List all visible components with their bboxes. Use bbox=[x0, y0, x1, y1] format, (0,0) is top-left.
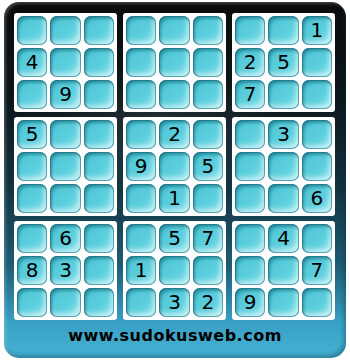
cell-r4c1[interactable]: 5 bbox=[17, 120, 47, 149]
cell-digit: 9 bbox=[244, 292, 257, 312]
cell-digit: 3 bbox=[168, 292, 181, 312]
cell-r5c8[interactable] bbox=[268, 152, 298, 181]
cell-r8c6[interactable] bbox=[193, 256, 223, 285]
cell-r2c1[interactable]: 4 bbox=[17, 48, 47, 77]
website-link[interactable]: www.sudokusweb.com bbox=[0, 326, 350, 345]
cell-r5c3[interactable] bbox=[84, 152, 114, 181]
cell-r4c9[interactable] bbox=[302, 120, 332, 149]
cell-r7c4[interactable] bbox=[126, 224, 156, 253]
cell-r6c1[interactable] bbox=[17, 184, 47, 213]
sudoku-box-9: 479 bbox=[232, 221, 335, 320]
cell-r3c1[interactable] bbox=[17, 80, 47, 109]
cell-r8c1[interactable]: 8 bbox=[17, 256, 47, 285]
cell-r1c1[interactable] bbox=[17, 16, 47, 45]
cell-r8c2[interactable]: 3 bbox=[50, 256, 80, 285]
cell-r1c4[interactable] bbox=[126, 16, 156, 45]
cell-r7c7[interactable] bbox=[235, 224, 265, 253]
cell-r8c9[interactable]: 7 bbox=[302, 256, 332, 285]
cell-r5c7[interactable] bbox=[235, 152, 265, 181]
cell-digit: 5 bbox=[201, 156, 214, 176]
sudoku-box-7: 683 bbox=[14, 221, 117, 320]
sudoku-box-1: 49 bbox=[14, 13, 117, 112]
cell-r3c5[interactable] bbox=[159, 80, 189, 109]
sudoku-board: 491257529513668357132479 bbox=[14, 13, 335, 320]
cell-r6c8[interactable] bbox=[268, 184, 298, 213]
cell-digit: 6 bbox=[310, 188, 323, 208]
cell-r2c4[interactable] bbox=[126, 48, 156, 77]
sudoku-box-5: 2951 bbox=[123, 117, 226, 216]
cell-r3c7[interactable]: 7 bbox=[235, 80, 265, 109]
cell-digit: 1 bbox=[310, 20, 323, 40]
cell-digit: 5 bbox=[277, 52, 290, 72]
cell-r4c3[interactable] bbox=[84, 120, 114, 149]
cell-r5c6[interactable]: 5 bbox=[193, 152, 223, 181]
cell-r9c4[interactable] bbox=[126, 288, 156, 317]
cell-r6c6[interactable] bbox=[193, 184, 223, 213]
cell-r3c3[interactable] bbox=[84, 80, 114, 109]
cell-r1c8[interactable] bbox=[268, 16, 298, 45]
cell-digit: 2 bbox=[168, 124, 181, 144]
cell-r8c4[interactable]: 1 bbox=[126, 256, 156, 285]
cell-r7c9[interactable] bbox=[302, 224, 332, 253]
cell-r9c8[interactable] bbox=[268, 288, 298, 317]
cell-digit: 2 bbox=[244, 52, 257, 72]
cell-digit: 1 bbox=[135, 260, 148, 280]
cell-digit: 6 bbox=[59, 228, 72, 248]
cell-digit: 7 bbox=[310, 260, 323, 280]
cell-r3c9[interactable] bbox=[302, 80, 332, 109]
cell-r5c1[interactable] bbox=[17, 152, 47, 181]
cell-r9c6[interactable]: 2 bbox=[193, 288, 223, 317]
cell-r7c1[interactable] bbox=[17, 224, 47, 253]
sudoku-box-2 bbox=[123, 13, 226, 112]
cell-r6c9[interactable]: 6 bbox=[302, 184, 332, 213]
sudoku-box-3: 1257 bbox=[232, 13, 335, 112]
cell-r2c7[interactable]: 2 bbox=[235, 48, 265, 77]
cell-digit: 9 bbox=[135, 156, 148, 176]
cell-digit: 9 bbox=[59, 84, 72, 104]
cell-r7c5[interactable]: 5 bbox=[159, 224, 189, 253]
cell-r2c3[interactable] bbox=[84, 48, 114, 77]
cell-r6c4[interactable] bbox=[126, 184, 156, 213]
cell-digit: 5 bbox=[26, 124, 39, 144]
cell-r7c3[interactable] bbox=[84, 224, 114, 253]
cell-r9c9[interactable] bbox=[302, 288, 332, 317]
cell-digit: 1 bbox=[168, 188, 181, 208]
cell-r6c5[interactable]: 1 bbox=[159, 184, 189, 213]
cell-digit: 4 bbox=[26, 52, 39, 72]
cell-r3c2[interactable]: 9 bbox=[50, 80, 80, 109]
cell-r1c5[interactable] bbox=[159, 16, 189, 45]
cell-r8c7[interactable] bbox=[235, 256, 265, 285]
cell-r5c4[interactable]: 9 bbox=[126, 152, 156, 181]
cell-r7c6[interactable]: 7 bbox=[193, 224, 223, 253]
cell-r5c2[interactable] bbox=[50, 152, 80, 181]
cell-r3c6[interactable] bbox=[193, 80, 223, 109]
cell-r6c2[interactable] bbox=[50, 184, 80, 213]
cell-r7c2[interactable]: 6 bbox=[50, 224, 80, 253]
cell-r2c2[interactable] bbox=[50, 48, 80, 77]
cell-r4c5[interactable]: 2 bbox=[159, 120, 189, 149]
cell-r9c1[interactable] bbox=[17, 288, 47, 317]
cell-r7c8[interactable]: 4 bbox=[268, 224, 298, 253]
cell-digit: 4 bbox=[277, 228, 290, 248]
cell-digit: 3 bbox=[277, 124, 290, 144]
cell-r2c6[interactable] bbox=[193, 48, 223, 77]
cell-r8c3[interactable] bbox=[84, 256, 114, 285]
cell-r4c8[interactable]: 3 bbox=[268, 120, 298, 149]
cell-r5c9[interactable] bbox=[302, 152, 332, 181]
cell-r5c5[interactable] bbox=[159, 152, 189, 181]
cell-r6c7[interactable] bbox=[235, 184, 265, 213]
cell-r2c8[interactable]: 5 bbox=[268, 48, 298, 77]
sudoku-box-4: 5 bbox=[14, 117, 117, 216]
cell-r8c8[interactable] bbox=[268, 256, 298, 285]
cell-r9c3[interactable] bbox=[84, 288, 114, 317]
sudoku-box-8: 57132 bbox=[123, 221, 226, 320]
cell-r9c7[interactable]: 9 bbox=[235, 288, 265, 317]
cell-r1c6[interactable] bbox=[193, 16, 223, 45]
cell-r1c9[interactable]: 1 bbox=[302, 16, 332, 45]
cell-digit: 3 bbox=[59, 260, 72, 280]
cell-r4c7[interactable] bbox=[235, 120, 265, 149]
cell-r6c3[interactable] bbox=[84, 184, 114, 213]
cell-r1c3[interactable] bbox=[84, 16, 114, 45]
cell-r9c2[interactable] bbox=[50, 288, 80, 317]
cell-r4c4[interactable] bbox=[126, 120, 156, 149]
cell-digit: 2 bbox=[201, 292, 214, 312]
cell-digit: 7 bbox=[201, 228, 214, 248]
cell-r8c5[interactable] bbox=[159, 256, 189, 285]
cell-digit: 5 bbox=[168, 228, 181, 248]
cell-r3c4[interactable] bbox=[126, 80, 156, 109]
cell-r2c5[interactable] bbox=[159, 48, 189, 77]
sudoku-box-6: 36 bbox=[232, 117, 335, 216]
cell-digit: 7 bbox=[244, 84, 257, 104]
cell-r1c2[interactable] bbox=[50, 16, 80, 45]
cell-r9c5[interactable]: 3 bbox=[159, 288, 189, 317]
cell-digit: 8 bbox=[26, 260, 39, 280]
cell-r4c2[interactable] bbox=[50, 120, 80, 149]
cell-r4c6[interactable] bbox=[193, 120, 223, 149]
cell-r2c9[interactable] bbox=[302, 48, 332, 77]
cell-r1c7[interactable] bbox=[235, 16, 265, 45]
cell-r3c8[interactable] bbox=[268, 80, 298, 109]
